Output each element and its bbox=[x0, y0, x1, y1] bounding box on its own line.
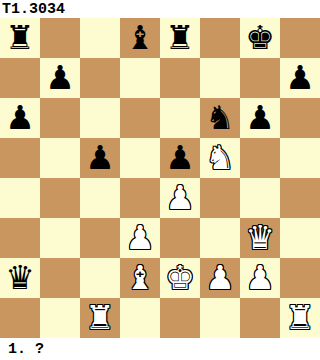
square-c5[interactable]: ♟ bbox=[80, 138, 120, 178]
square-c2[interactable] bbox=[80, 258, 120, 298]
piece-black-king[interactable]: ♚ bbox=[245, 18, 275, 58]
piece-white-rook[interactable]: ♜ bbox=[285, 298, 315, 338]
square-d8[interactable]: ♝ bbox=[120, 18, 160, 58]
piece-black-bishop[interactable]: ♝ bbox=[125, 18, 155, 58]
square-c6[interactable] bbox=[80, 98, 120, 138]
piece-black-rook[interactable]: ♜ bbox=[5, 18, 35, 58]
piece-white-bishop[interactable]: ♝ bbox=[125, 258, 155, 298]
square-h4[interactable] bbox=[280, 178, 320, 218]
square-d7[interactable] bbox=[120, 58, 160, 98]
square-g5[interactable] bbox=[240, 138, 280, 178]
square-c7[interactable] bbox=[80, 58, 120, 98]
piece-black-pawn[interactable]: ♟ bbox=[85, 138, 115, 178]
square-a6[interactable]: ♟ bbox=[0, 98, 40, 138]
square-f4[interactable] bbox=[200, 178, 240, 218]
square-e7[interactable] bbox=[160, 58, 200, 98]
square-d6[interactable] bbox=[120, 98, 160, 138]
square-g3[interactable]: ♛ bbox=[240, 218, 280, 258]
square-c1[interactable]: ♜ bbox=[80, 298, 120, 338]
square-g8[interactable]: ♚ bbox=[240, 18, 280, 58]
square-a8[interactable]: ♜ bbox=[0, 18, 40, 58]
square-d3[interactable]: ♟ bbox=[120, 218, 160, 258]
square-b3[interactable] bbox=[40, 218, 80, 258]
square-e3[interactable] bbox=[160, 218, 200, 258]
square-a1[interactable] bbox=[0, 298, 40, 338]
square-h3[interactable] bbox=[280, 218, 320, 258]
square-f5[interactable]: ♞ bbox=[200, 138, 240, 178]
square-b1[interactable] bbox=[40, 298, 80, 338]
square-b5[interactable] bbox=[40, 138, 80, 178]
square-b6[interactable] bbox=[40, 98, 80, 138]
square-c3[interactable] bbox=[80, 218, 120, 258]
square-b4[interactable] bbox=[40, 178, 80, 218]
square-b2[interactable] bbox=[40, 258, 80, 298]
square-h6[interactable] bbox=[280, 98, 320, 138]
piece-white-rook[interactable]: ♜ bbox=[85, 298, 115, 338]
square-f2[interactable]: ♟ bbox=[200, 258, 240, 298]
square-a2[interactable]: ♛ bbox=[0, 258, 40, 298]
square-f7[interactable] bbox=[200, 58, 240, 98]
square-e5[interactable]: ♟ bbox=[160, 138, 200, 178]
piece-black-pawn[interactable]: ♟ bbox=[5, 98, 35, 138]
chess-board: ♜♝♜♚♟♟♟♞♟♟♟♞♟♟♛♛♝♚♟♟♜♜ bbox=[0, 18, 320, 338]
ctart-puzzle-window: T1.3034 ♜♝♜♚♟♟♟♞♟♟♟♞♟♟♛♛♝♚♟♟♜♜ 1. ? bbox=[0, 0, 320, 360]
square-e4[interactable]: ♟ bbox=[160, 178, 200, 218]
square-b8[interactable] bbox=[40, 18, 80, 58]
square-a7[interactable] bbox=[0, 58, 40, 98]
piece-white-knight[interactable]: ♞ bbox=[205, 138, 235, 178]
piece-white-queen[interactable]: ♛ bbox=[245, 218, 275, 258]
square-g6[interactable]: ♟ bbox=[240, 98, 280, 138]
square-a4[interactable] bbox=[0, 178, 40, 218]
piece-black-pawn[interactable]: ♟ bbox=[285, 58, 315, 98]
square-c4[interactable] bbox=[80, 178, 120, 218]
square-e8[interactable]: ♜ bbox=[160, 18, 200, 58]
square-f8[interactable] bbox=[200, 18, 240, 58]
piece-black-pawn[interactable]: ♟ bbox=[45, 58, 75, 98]
square-f6[interactable]: ♞ bbox=[200, 98, 240, 138]
square-c8[interactable] bbox=[80, 18, 120, 58]
piece-black-queen[interactable]: ♛ bbox=[5, 258, 35, 298]
move-prompt: 1. ? bbox=[0, 338, 320, 360]
square-h1[interactable]: ♜ bbox=[280, 298, 320, 338]
piece-white-pawn[interactable]: ♟ bbox=[125, 218, 155, 258]
square-h8[interactable] bbox=[280, 18, 320, 58]
piece-white-pawn[interactable]: ♟ bbox=[245, 258, 275, 298]
square-a5[interactable] bbox=[0, 138, 40, 178]
square-g4[interactable] bbox=[240, 178, 280, 218]
piece-black-pawn[interactable]: ♟ bbox=[165, 138, 195, 178]
square-f1[interactable] bbox=[200, 298, 240, 338]
piece-black-pawn[interactable]: ♟ bbox=[245, 98, 275, 138]
square-a3[interactable] bbox=[0, 218, 40, 258]
square-g2[interactable]: ♟ bbox=[240, 258, 280, 298]
square-d2[interactable]: ♝ bbox=[120, 258, 160, 298]
piece-white-pawn[interactable]: ♟ bbox=[205, 258, 235, 298]
square-e1[interactable] bbox=[160, 298, 200, 338]
puzzle-id: T1.3034 bbox=[0, 0, 320, 18]
piece-white-king[interactable]: ♚ bbox=[165, 258, 195, 298]
square-f3[interactable] bbox=[200, 218, 240, 258]
square-e2[interactable]: ♚ bbox=[160, 258, 200, 298]
square-g1[interactable] bbox=[240, 298, 280, 338]
square-h2[interactable] bbox=[280, 258, 320, 298]
square-e6[interactable] bbox=[160, 98, 200, 138]
square-h7[interactable]: ♟ bbox=[280, 58, 320, 98]
piece-white-pawn[interactable]: ♟ bbox=[165, 178, 195, 218]
square-g7[interactable] bbox=[240, 58, 280, 98]
piece-black-knight[interactable]: ♞ bbox=[205, 98, 235, 138]
square-b7[interactable]: ♟ bbox=[40, 58, 80, 98]
square-d5[interactable] bbox=[120, 138, 160, 178]
square-d4[interactable] bbox=[120, 178, 160, 218]
square-h5[interactable] bbox=[280, 138, 320, 178]
piece-black-rook[interactable]: ♜ bbox=[165, 18, 195, 58]
square-d1[interactable] bbox=[120, 298, 160, 338]
